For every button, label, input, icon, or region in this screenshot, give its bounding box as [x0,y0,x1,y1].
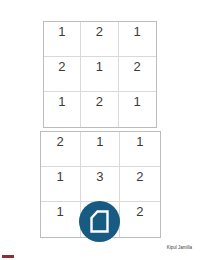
grid-cell: 2 [81,92,118,127]
grid-cell: 2 [120,202,160,237]
grid-cell: 1 [119,22,156,57]
grid-cell: 1 [81,132,121,167]
slide-background: 1 2 1 2 1 2 1 2 1 2 1 1 1 3 2 1 2 Kipul … [0,0,200,260]
grid-cell: 2 [119,57,156,92]
grid-cell: 1 [44,22,81,57]
document-icon [90,210,109,233]
progress-bar-fragment [2,255,14,258]
grid-cell: 2 [81,22,118,57]
grid-cell: 2 [41,132,81,167]
grid-cell: 1 [81,57,118,92]
grid-cell: 2 [120,167,160,202]
grid-cell: 1 [41,202,81,237]
grid-cell: 1 [120,132,160,167]
grid-cell: 1 [119,92,156,127]
hidden-answer-badge[interactable] [79,201,120,242]
grid-cell: 2 [44,57,81,92]
grid-cell: 1 [41,167,81,202]
grid-cell: 1 [44,92,81,127]
grid-cell: 3 [81,167,121,202]
number-grid-top: 1 2 1 2 1 2 1 2 1 [43,21,157,128]
author-credit: Kipul Jamilla [167,245,192,250]
